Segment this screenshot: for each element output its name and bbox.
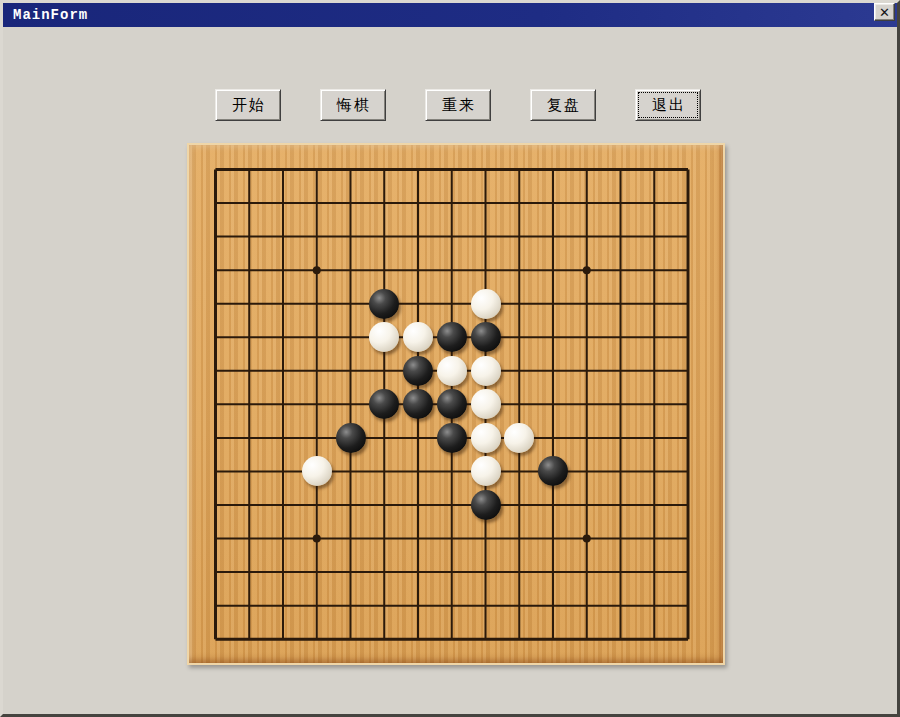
start-button[interactable]: 开始 xyxy=(215,89,281,121)
restart-button-label: 重来 xyxy=(442,96,476,115)
restart-button[interactable]: 重来 xyxy=(425,89,491,121)
white-stone xyxy=(471,289,501,319)
exit-button[interactable]: 退出 xyxy=(635,89,701,121)
black-stone xyxy=(471,322,501,352)
white-stone xyxy=(369,322,399,352)
start-button-label: 开始 xyxy=(232,96,266,115)
star-point xyxy=(313,535,321,543)
black-stone xyxy=(437,389,467,419)
undo-move-button[interactable]: 悔棋 xyxy=(320,89,386,121)
exit-button-label: 退出 xyxy=(652,96,686,115)
title-bar: MainForm xyxy=(3,3,897,27)
undo-move-button-label: 悔棋 xyxy=(337,96,371,115)
star-point xyxy=(583,535,591,543)
white-stone xyxy=(504,423,534,453)
black-stone xyxy=(437,423,467,453)
black-stone xyxy=(437,322,467,352)
white-stone xyxy=(403,322,433,352)
white-stone xyxy=(437,356,467,386)
star-point xyxy=(313,266,321,274)
black-stone xyxy=(403,389,433,419)
close-icon: ✕ xyxy=(879,6,890,19)
close-button[interactable]: ✕ xyxy=(874,3,895,21)
black-stone xyxy=(336,423,366,453)
replay-button[interactable]: 复盘 xyxy=(530,89,596,121)
black-stone xyxy=(369,389,399,419)
black-stone xyxy=(369,289,399,319)
gomoku-board[interactable] xyxy=(187,143,725,665)
window-title: MainForm xyxy=(13,7,88,23)
white-stone xyxy=(471,423,501,453)
star-point xyxy=(583,266,591,274)
black-stone xyxy=(403,356,433,386)
white-stone xyxy=(302,456,332,486)
black-stone xyxy=(538,456,568,486)
replay-button-label: 复盘 xyxy=(547,96,581,115)
white-stone xyxy=(471,356,501,386)
white-stone xyxy=(471,456,501,486)
white-stone xyxy=(471,389,501,419)
black-stone xyxy=(471,490,501,520)
